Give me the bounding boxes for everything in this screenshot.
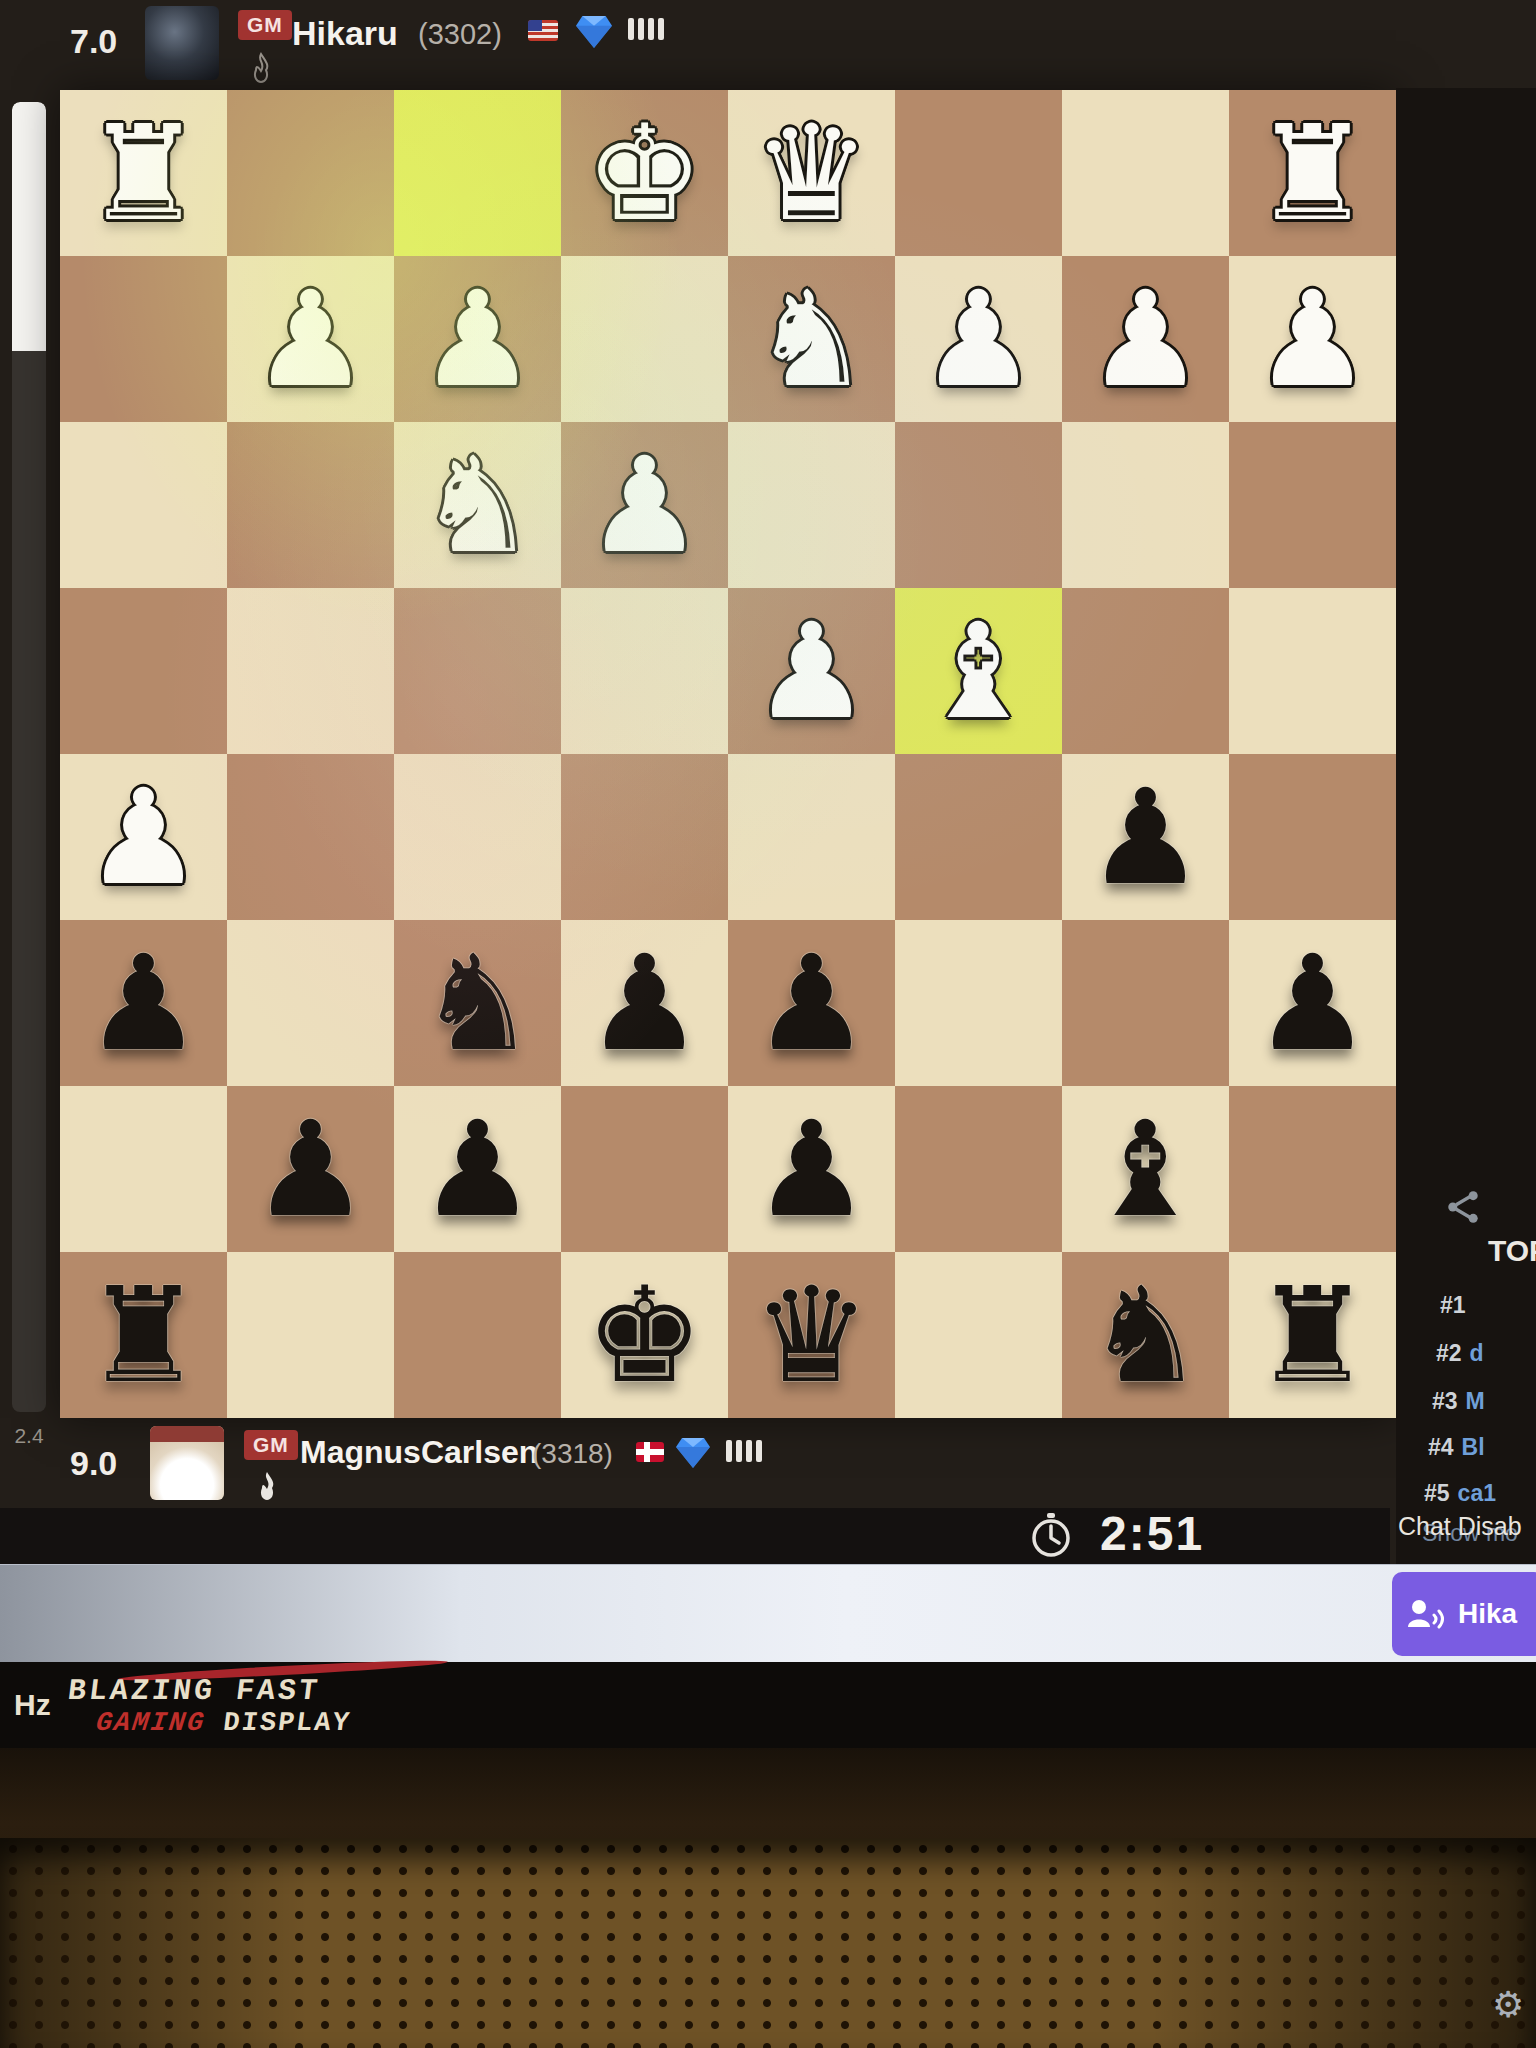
square-b5[interactable]: ♟ <box>1062 754 1229 920</box>
square-h7[interactable] <box>60 1086 227 1252</box>
black-knight-f6: ♞ <box>418 937 536 1069</box>
sticker-line1: BLAZING FAST <box>66 1674 322 1708</box>
engine-move-1[interactable]: #1 <box>1440 1292 1474 1319</box>
square-g3[interactable] <box>227 422 394 588</box>
black-pawn-d6: ♟ <box>752 937 870 1069</box>
square-f2[interactable]: ♟ <box>394 256 561 422</box>
player-name-top: Hikaru <box>292 14 398 53</box>
monitor-bezel: Hz BLAZING FAST GAMING DISPLAY <box>0 1662 1536 1748</box>
square-d1[interactable]: ♛ <box>728 90 895 256</box>
white-bishop-c4: ♝ <box>919 605 1037 737</box>
clock-top: 7.0 <box>70 22 117 61</box>
square-h4[interactable] <box>60 588 227 754</box>
square-b3[interactable] <box>1062 422 1229 588</box>
square-b1[interactable] <box>1062 90 1229 256</box>
engine-move-3[interactable]: #3M <box>1432 1388 1485 1415</box>
sticker-gaming: GAMING <box>94 1708 207 1738</box>
settings-gear-icon: ⚙ <box>1492 1984 1524 2026</box>
black-knight-b8: ♞ <box>1086 1269 1204 1401</box>
player-bar-bottom: 9.0 GM MagnusCarlsen (3318) <box>0 1420 1390 1510</box>
white-pawn-g2: ♟ <box>251 273 369 405</box>
avatar-magnus[interactable] <box>150 1426 224 1500</box>
voice-chat-button[interactable]: Hika <box>1392 1572 1536 1656</box>
clock-bottom: 9.0 <box>70 1444 117 1483</box>
black-rook-h8: ♜ <box>84 1269 202 1401</box>
title-badge-top: GM <box>238 10 292 40</box>
white-pawn-h5: ♟ <box>84 771 202 903</box>
square-g6[interactable] <box>227 920 394 1086</box>
square-h3[interactable] <box>60 422 227 588</box>
square-f3[interactable]: ♞ <box>394 422 561 588</box>
diamond-membership-icon-top <box>576 16 612 48</box>
white-pawn-a2: ♟ <box>1253 273 1371 405</box>
square-a3[interactable] <box>1229 422 1396 588</box>
square-a7[interactable] <box>1229 1086 1396 1252</box>
streak-flame-icon-bottom <box>256 1470 278 1502</box>
square-e6[interactable]: ♟ <box>561 920 728 1086</box>
chat-status-text: Chat Disab <box>1398 1512 1522 1541</box>
sticker-display: DISPLAY <box>222 1708 353 1738</box>
square-c8[interactable] <box>895 1252 1062 1418</box>
black-pawn-h6: ♟ <box>84 937 202 1069</box>
square-f8[interactable] <box>394 1252 561 1418</box>
engine-move-4[interactable]: #4Bl <box>1428 1434 1485 1461</box>
square-h5[interactable]: ♟ <box>60 754 227 920</box>
square-g1[interactable] <box>227 90 394 256</box>
black-bishop-b7: ♝ <box>1086 1103 1204 1235</box>
white-pawn-d4: ♟ <box>752 605 870 737</box>
square-g7[interactable]: ♟ <box>227 1086 394 1252</box>
player-name-bottom: MagnusCarlsen <box>300 1434 538 1471</box>
square-a1[interactable]: ♜ <box>1229 90 1396 256</box>
player-rating-bottom: (3318) <box>532 1438 613 1470</box>
square-e4[interactable] <box>561 588 728 754</box>
connection-bars-top <box>628 18 664 40</box>
right-panel: TOP #1 #2d #3M #4Bl #5ca1 Show mo <box>1396 88 1536 1564</box>
square-h2[interactable] <box>60 256 227 422</box>
square-d2[interactable]: ♞ <box>728 256 895 422</box>
square-c2[interactable]: ♟ <box>895 256 1062 422</box>
square-e7[interactable] <box>561 1086 728 1252</box>
black-pawn-f7: ♟ <box>418 1103 536 1235</box>
speaker-person-icon <box>1406 1597 1446 1631</box>
top-moves-label: TOP <box>1488 1234 1536 1268</box>
square-b6[interactable] <box>1062 920 1229 1086</box>
engine-move-2[interactable]: #2d <box>1436 1340 1484 1367</box>
square-d7[interactable]: ♟ <box>728 1086 895 1252</box>
square-a2[interactable]: ♟ <box>1229 256 1396 422</box>
desk-surface: ⚙ <box>0 1748 1536 2048</box>
square-h1[interactable]: ♜ <box>60 90 227 256</box>
square-a5[interactable] <box>1229 754 1396 920</box>
square-b8[interactable]: ♞ <box>1062 1252 1229 1418</box>
speaker-grille <box>0 1838 1536 2048</box>
square-c3[interactable] <box>895 422 1062 588</box>
square-g2[interactable]: ♟ <box>227 256 394 422</box>
sticker-line2: GAMING DISPLAY <box>94 1708 353 1738</box>
white-rook-h1: ♜ <box>84 107 202 239</box>
square-g4[interactable] <box>227 588 394 754</box>
black-rook-a8: ♜ <box>1253 1269 1371 1401</box>
white-pawn-e3: ♟ <box>585 439 703 571</box>
square-a6[interactable]: ♟ <box>1229 920 1396 1086</box>
square-b7[interactable]: ♝ <box>1062 1086 1229 1252</box>
black-pawn-a6: ♟ <box>1253 937 1371 1069</box>
square-c7[interactable] <box>895 1086 1062 1252</box>
square-d8[interactable]: ♛ <box>728 1252 895 1418</box>
player-bar-top: 7.0 GM Hikaru (3302) <box>0 0 1390 90</box>
black-pawn-b5: ♟ <box>1086 771 1204 903</box>
square-d5[interactable] <box>728 754 895 920</box>
white-pawn-f2: ♟ <box>418 273 536 405</box>
square-d6[interactable]: ♟ <box>728 920 895 1086</box>
square-a8[interactable]: ♜ <box>1229 1252 1396 1418</box>
board: ♜♚♛♜♟♟♞♟♟♟♞♟♟♝♟♟♟♞♟♟♟♟♟♟♝♜♚♛♞♜ <box>60 90 1396 1418</box>
black-pawn-d7: ♟ <box>752 1103 870 1235</box>
square-e5[interactable] <box>561 754 728 920</box>
streak-flame-icon-top <box>250 52 272 84</box>
timer-value: 2:51 <box>1100 1506 1204 1561</box>
square-g5[interactable] <box>227 754 394 920</box>
square-e1[interactable]: ♚ <box>561 90 728 256</box>
diamond-membership-icon-bottom <box>676 1438 710 1468</box>
square-b2[interactable]: ♟ <box>1062 256 1229 422</box>
norway-flag-icon <box>636 1442 664 1462</box>
monitor-screen: 7.0 GM Hikaru (3302) 2.4 ♜♚♛♜♟♟♞♟♟♟♞♟♟♝ <box>0 0 1536 1662</box>
square-f1[interactable] <box>394 90 561 256</box>
white-pawn-b2: ♟ <box>1086 273 1204 405</box>
square-b4[interactable] <box>1062 588 1229 754</box>
white-queen-d1: ♛ <box>752 107 870 239</box>
title-badge-bottom: GM <box>244 1430 298 1460</box>
square-f7[interactable]: ♟ <box>394 1086 561 1252</box>
timer-icon <box>1028 1512 1074 1558</box>
square-f4[interactable] <box>394 588 561 754</box>
square-f6[interactable]: ♞ <box>394 920 561 1086</box>
square-g8[interactable] <box>227 1252 394 1418</box>
player-rating-top: (3302) <box>418 18 502 51</box>
bottom-strip: 2:51 <box>0 1508 1390 1564</box>
square-c1[interactable] <box>895 90 1062 256</box>
us-flag-icon <box>528 20 558 41</box>
square-c6[interactable] <box>895 920 1062 1086</box>
square-c5[interactable] <box>895 754 1062 920</box>
square-d3[interactable] <box>728 422 895 588</box>
white-pawn-c2: ♟ <box>919 273 1037 405</box>
square-d4[interactable]: ♟ <box>728 588 895 754</box>
white-rook-a1: ♜ <box>1253 107 1371 239</box>
eval-bar <box>12 102 46 1412</box>
square-e8[interactable]: ♚ <box>561 1252 728 1418</box>
square-e2[interactable] <box>561 256 728 422</box>
square-c4[interactable]: ♝ <box>895 588 1062 754</box>
white-king-e1: ♚ <box>585 107 703 239</box>
avatar-hikaru[interactable] <box>145 6 219 80</box>
white-knight-f3: ♞ <box>418 439 536 571</box>
black-queen-d8: ♛ <box>752 1269 870 1401</box>
screenshot-stage: 7.0 GM Hikaru (3302) 2.4 ♜♚♛♜♟♟♞♟♟♟♞♟♟♝ <box>0 0 1536 2048</box>
square-e3[interactable]: ♟ <box>561 422 728 588</box>
square-f5[interactable] <box>394 754 561 920</box>
engine-move-5[interactable]: #5ca1 <box>1424 1480 1496 1507</box>
voice-chat-label: Hika <box>1458 1598 1517 1630</box>
connection-bars-bottom <box>726 1440 762 1462</box>
white-knight-d2: ♞ <box>752 273 870 405</box>
black-king-e8: ♚ <box>585 1269 703 1401</box>
share-icon[interactable] <box>1446 1190 1480 1224</box>
black-pawn-e6: ♟ <box>585 937 703 1069</box>
sticker-hz: Hz <box>14 1688 51 1722</box>
black-pawn-g7: ♟ <box>251 1103 369 1235</box>
square-a4[interactable] <box>1229 588 1396 754</box>
eval-bar-white-section <box>12 102 46 351</box>
square-h6[interactable]: ♟ <box>60 920 227 1086</box>
windows-taskbar: Søk b ✉ ✕ <box>0 1564 1536 1662</box>
square-h8[interactable]: ♜ <box>60 1252 227 1418</box>
